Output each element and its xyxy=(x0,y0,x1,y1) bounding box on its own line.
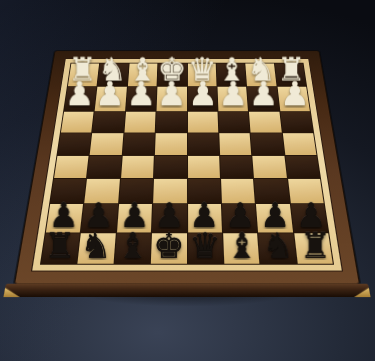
maple-border: ♜♞♝♚♛♝♞♜♟♟♟♟♟♟♟♟♟♟♟♟♟♟♟♟♜♞♝♚♛♝♞♜ xyxy=(31,58,343,271)
square-b8[interactable]: ♞ xyxy=(259,233,297,263)
piece-white-pawn[interactable]: ♟ xyxy=(126,78,156,111)
board-squares: ♜♞♝♚♛♝♞♜♟♟♟♟♟♟♟♟♟♟♟♟♟♟♟♟♜♞♝♚♛♝♞♜ xyxy=(40,63,334,265)
square-c3[interactable] xyxy=(218,112,249,133)
square-b3[interactable] xyxy=(249,112,281,133)
square-g3[interactable] xyxy=(93,112,125,133)
piece-white-pawn[interactable]: ♟ xyxy=(95,78,125,111)
piece-white-pawn[interactable]: ♟ xyxy=(218,78,248,111)
square-c8[interactable]: ♝ xyxy=(223,233,260,263)
piece-white-pawn[interactable]: ♟ xyxy=(280,78,310,111)
piece-white-pawn[interactable]: ♟ xyxy=(65,78,95,111)
brass-corner-right xyxy=(353,288,371,297)
piece-black-knight[interactable]: ♞ xyxy=(80,228,111,263)
square-h5[interactable] xyxy=(54,155,89,178)
square-d3[interactable] xyxy=(188,112,219,133)
square-f2[interactable]: ♟ xyxy=(126,87,157,111)
piece-white-pawn[interactable]: ♟ xyxy=(249,78,279,111)
square-h8[interactable]: ♜ xyxy=(41,233,80,263)
piece-black-bishop[interactable]: ♝ xyxy=(117,228,148,263)
piece-black-rook[interactable]: ♜ xyxy=(299,228,330,263)
square-c4[interactable] xyxy=(219,133,251,155)
square-g2[interactable]: ♟ xyxy=(95,87,127,111)
square-g8[interactable]: ♞ xyxy=(78,233,116,263)
walnut-frame: ♜♞♝♚♛♝♞♜♟♟♟♟♟♟♟♟♟♟♟♟♟♟♟♟♜♞♝♚♛♝♞♜ xyxy=(14,51,360,285)
square-d5[interactable] xyxy=(188,155,220,178)
square-f5[interactable] xyxy=(121,155,154,178)
board-front-edge xyxy=(3,284,370,297)
square-e2[interactable]: ♟ xyxy=(157,87,187,111)
square-e4[interactable] xyxy=(155,133,187,155)
square-d2[interactable]: ♟ xyxy=(188,87,218,111)
square-e3[interactable] xyxy=(156,112,187,133)
square-h3[interactable] xyxy=(61,112,94,133)
brass-corner-left xyxy=(3,288,21,297)
square-b2[interactable]: ♟ xyxy=(247,87,279,111)
square-a8[interactable]: ♜ xyxy=(294,233,333,263)
piece-black-queen[interactable]: ♛ xyxy=(190,228,221,263)
square-a2[interactable]: ♟ xyxy=(277,87,310,111)
square-h2[interactable]: ♟ xyxy=(64,87,97,111)
square-g4[interactable] xyxy=(90,133,123,155)
square-a5[interactable] xyxy=(285,155,320,178)
square-c2[interactable]: ♟ xyxy=(217,87,248,111)
piece-black-knight[interactable]: ♞ xyxy=(263,228,294,263)
square-f3[interactable] xyxy=(124,112,155,133)
square-b4[interactable] xyxy=(251,133,284,155)
square-f4[interactable] xyxy=(123,133,155,155)
square-a4[interactable] xyxy=(283,133,317,155)
piece-black-king[interactable]: ♚ xyxy=(153,228,184,263)
square-d4[interactable] xyxy=(188,133,220,155)
square-a3[interactable] xyxy=(280,112,313,133)
piece-white-pawn[interactable]: ♟ xyxy=(157,78,187,111)
chess-board: ♜♞♝♚♛♝♞♜♟♟♟♟♟♟♟♟♟♟♟♟♟♟♟♟♜♞♝♚♛♝♞♜ xyxy=(14,51,360,285)
square-e5[interactable] xyxy=(154,155,186,178)
square-f8[interactable]: ♝ xyxy=(114,233,151,263)
square-g5[interactable] xyxy=(87,155,121,178)
piece-black-rook[interactable]: ♜ xyxy=(44,228,75,263)
square-h4[interactable] xyxy=(58,133,92,155)
piece-white-pawn[interactable]: ♟ xyxy=(188,78,218,111)
square-e8[interactable]: ♚ xyxy=(151,233,186,263)
square-b5[interactable] xyxy=(253,155,287,178)
square-d8[interactable]: ♛ xyxy=(188,233,223,263)
piece-black-bishop[interactable]: ♝ xyxy=(226,228,257,263)
photo-background: ♜♞♝♚♛♝♞♜♟♟♟♟♟♟♟♟♟♟♟♟♟♟♟♟♜♞♝♚♛♝♞♜ xyxy=(0,0,375,361)
square-c5[interactable] xyxy=(220,155,253,178)
